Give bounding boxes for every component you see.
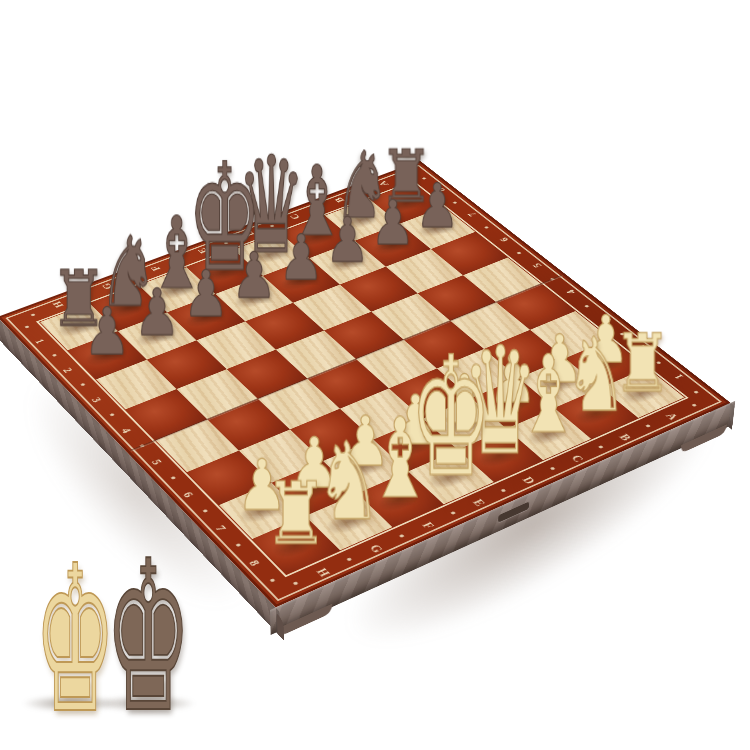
product-photo-scene: HGFEDCBAHGFEDCBA1234567887654321 ♜♞♝♛♚♝♞… xyxy=(0,0,750,750)
piece-glyph: ♜ xyxy=(226,471,366,557)
clasp-latch xyxy=(498,501,529,522)
standalone-white-king: ♚ xyxy=(34,538,106,740)
coord-label: 1 xyxy=(7,325,72,358)
standalone-black-king: ♚ xyxy=(105,534,179,741)
